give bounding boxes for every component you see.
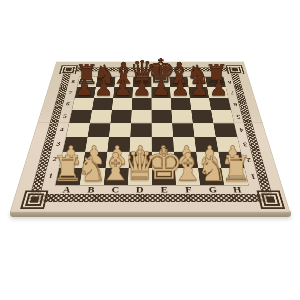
file-label-c: C (103, 185, 128, 194)
file-label-f: F (176, 185, 201, 194)
file-label-g: G (200, 185, 226, 194)
photo-background: 87654321 87654321 ABCDEFGH ♜♞♝♛♚♝♞♜♟♟♟♟♟… (0, 0, 300, 300)
border-braid-bottom (28, 194, 273, 202)
file-label-d: D (127, 185, 152, 194)
file-labels-bottom: ABCDEFGH (53, 185, 250, 194)
piece-black-pawn-c7[interactable]: ♟ (113, 62, 132, 98)
piece-white-rook-h1[interactable]: ♜ (224, 140, 248, 186)
file-label-e: E (152, 185, 177, 194)
piece-black-pawn-f7[interactable]: ♟ (171, 62, 190, 98)
pieces-layer: ♜♞♝♛♚♝♞♜♟♟♟♟♟♟♟♟♟♟♟♟♟♟♟♟♜♞♝♛♚♝♞♜ (56, 77, 249, 185)
file-label-a: A (53, 185, 79, 194)
file-label-h: H (224, 185, 250, 194)
piece-black-pawn-d7[interactable]: ♟ (132, 62, 151, 98)
file-label-b: B (78, 185, 104, 194)
piece-black-pawn-a7[interactable]: ♟ (75, 62, 94, 98)
corner-ornament-bottom-left (20, 191, 48, 209)
piece-black-pawn-b7[interactable]: ♟ (94, 62, 113, 98)
chess-board: 87654321 87654321 ABCDEFGH ♜♞♝♛♚♝♞♜♟♟♟♟♟… (10, 62, 291, 212)
piece-black-pawn-g7[interactable]: ♟ (190, 62, 209, 98)
board-scene: 87654321 87654321 ABCDEFGH ♜♞♝♛♚♝♞♜♟♟♟♟♟… (38, 10, 263, 235)
piece-black-pawn-e7[interactable]: ♟ (152, 62, 171, 98)
corner-ornament-bottom-right (257, 191, 286, 209)
